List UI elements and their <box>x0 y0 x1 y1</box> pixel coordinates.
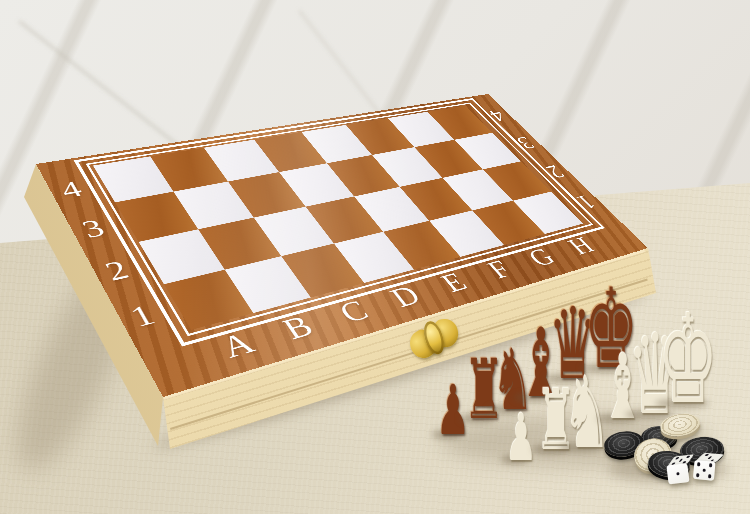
piece-white-pawn: ♟ <box>505 405 537 470</box>
die-pip <box>702 468 706 472</box>
die-pip <box>676 472 680 476</box>
die-pip <box>709 464 713 468</box>
die-pip <box>697 463 701 467</box>
die-front-face <box>693 460 716 481</box>
die-front-face <box>666 463 689 484</box>
piece-white-king: ♚ <box>658 298 719 421</box>
photo-scene: 43214321ABCDEFGH ♟♜♞♝♛♚♟♜♞♝♛♚ <box>0 0 750 514</box>
die <box>665 454 694 487</box>
die-pip <box>708 474 712 478</box>
die <box>693 451 722 483</box>
die-pip <box>696 473 700 477</box>
die-pip <box>675 457 680 460</box>
die-pip <box>686 455 691 458</box>
